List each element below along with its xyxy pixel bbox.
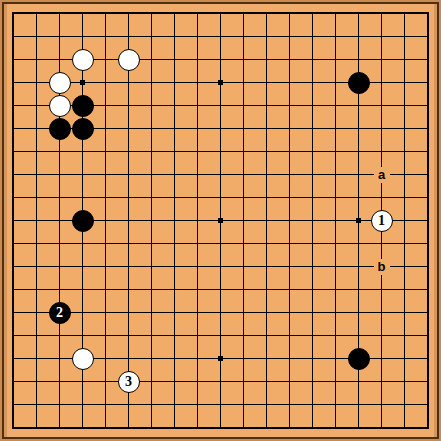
star-point: [80, 80, 85, 85]
star-point: [218, 356, 223, 361]
star-point: [356, 218, 361, 223]
star-point: [218, 80, 223, 85]
go-board: 123ab: [2, 2, 439, 439]
white-stone: [118, 49, 140, 71]
board-frame: 123ab: [0, 0, 441, 441]
black-stone: [72, 118, 94, 140]
white-stone: [49, 95, 71, 117]
move-1-stone: 1: [371, 210, 393, 232]
star-point: [218, 218, 223, 223]
move-2-stone: 2: [49, 302, 71, 324]
black-stone: [72, 210, 94, 232]
white-stone: [49, 72, 71, 94]
board-label-a: a: [374, 167, 390, 183]
white-stone: [72, 348, 94, 370]
black-stone: [348, 348, 370, 370]
board-label-b: b: [374, 259, 390, 275]
move-3-stone: 3: [118, 371, 140, 393]
go-diagram: 123ab: [0, 0, 441, 441]
black-stone: [49, 118, 71, 140]
black-stone: [348, 72, 370, 94]
black-stone: [72, 95, 94, 117]
white-stone: [72, 49, 94, 71]
